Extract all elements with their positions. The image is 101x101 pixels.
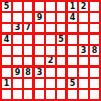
cell-r7c9-empty[interactable] xyxy=(90,68,99,77)
cell-r8c3-empty[interactable] xyxy=(24,79,33,88)
cell-r4c9-empty[interactable] xyxy=(90,35,99,44)
cell-r3c1-empty[interactable] xyxy=(2,24,11,33)
cell-r3c2-given-3[interactable]: 3 xyxy=(13,24,22,33)
cell-r7c2-given-9[interactable]: 9 xyxy=(13,68,22,77)
cell-r2c1-empty[interactable] xyxy=(2,13,11,22)
cell-r2c2-empty[interactable] xyxy=(13,13,22,22)
cell-r9c4-empty[interactable] xyxy=(35,90,44,99)
cell-r9c6-empty[interactable] xyxy=(57,90,66,99)
cell-r9c5-empty[interactable] xyxy=(46,90,55,99)
cell-r2c9-empty[interactable] xyxy=(90,13,99,22)
sudoku-board: 51294374538298315 xyxy=(0,0,101,101)
cell-r5c6-empty[interactable] xyxy=(57,46,66,55)
cell-r8c2-empty[interactable] xyxy=(13,79,22,88)
cell-r9c9-empty[interactable] xyxy=(90,90,99,99)
cell-r3c5-empty[interactable] xyxy=(46,24,55,33)
cell-r5c5-empty[interactable] xyxy=(46,46,55,55)
cell-r4c3-empty[interactable] xyxy=(24,35,33,44)
cell-r2c7-given-4[interactable]: 4 xyxy=(68,13,77,22)
cell-r7c8-empty[interactable] xyxy=(79,68,88,77)
cell-r7c6-empty[interactable] xyxy=(57,68,66,77)
cell-r1c5-empty[interactable] xyxy=(46,2,55,11)
cell-r6c2-empty[interactable] xyxy=(13,57,22,66)
cell-r1c3-empty[interactable] xyxy=(24,2,33,11)
cell-r6c5-given-2[interactable]: 2 xyxy=(46,57,55,66)
cell-r1c8-given-2[interactable]: 2 xyxy=(79,2,88,11)
cell-r8c4-empty[interactable] xyxy=(35,79,44,88)
cell-r1c7-given-1[interactable]: 1 xyxy=(68,2,77,11)
cell-r3c8-empty[interactable] xyxy=(79,24,88,33)
cell-r3c4-empty[interactable] xyxy=(35,24,44,33)
cell-r9c1-empty[interactable] xyxy=(2,90,11,99)
cell-r1c1-given-5[interactable]: 5 xyxy=(2,2,11,11)
cell-r8c8-empty[interactable] xyxy=(79,79,88,88)
cell-r3c9-empty[interactable] xyxy=(90,24,99,33)
cell-r4c2-empty[interactable] xyxy=(13,35,22,44)
cell-r7c7-empty[interactable] xyxy=(68,68,77,77)
cell-r8c6-empty[interactable] xyxy=(57,79,66,88)
cell-r9c2-empty[interactable] xyxy=(13,90,22,99)
cell-r2c4-given-9[interactable]: 9 xyxy=(35,13,44,22)
cell-r7c5-empty[interactable] xyxy=(46,68,55,77)
cell-r1c4-empty[interactable] xyxy=(35,2,44,11)
cell-r5c3-empty[interactable] xyxy=(24,46,33,55)
cell-r5c4-empty[interactable] xyxy=(35,46,44,55)
cell-r4c8-empty[interactable] xyxy=(79,35,88,44)
cell-r4c7-empty[interactable] xyxy=(68,35,77,44)
cell-r5c1-empty[interactable] xyxy=(2,46,11,55)
cell-r3c3-given-7[interactable]: 7 xyxy=(24,24,33,33)
cell-r6c3-empty[interactable] xyxy=(24,57,33,66)
cell-r3c7-empty[interactable] xyxy=(68,24,77,33)
cell-r9c7-empty[interactable] xyxy=(68,90,77,99)
cell-r8c5-empty[interactable] xyxy=(46,79,55,88)
cell-r2c5-empty[interactable] xyxy=(46,13,55,22)
cell-r6c8-empty[interactable] xyxy=(79,57,88,66)
cell-r5c9-given-8[interactable]: 8 xyxy=(90,46,99,55)
cell-r5c8-given-3[interactable]: 3 xyxy=(79,46,88,55)
cell-r7c1-empty[interactable] xyxy=(2,68,11,77)
cell-r6c1-empty[interactable] xyxy=(2,57,11,66)
cell-r8c7-given-5[interactable]: 5 xyxy=(68,79,77,88)
cell-r2c8-empty[interactable] xyxy=(79,13,88,22)
cell-r2c6-empty[interactable] xyxy=(57,13,66,22)
cell-r6c7-empty[interactable] xyxy=(68,57,77,66)
cell-r7c3-given-8[interactable]: 8 xyxy=(24,68,33,77)
cell-r6c9-empty[interactable] xyxy=(90,57,99,66)
cell-r8c1-given-1[interactable]: 1 xyxy=(2,79,11,88)
cell-r1c6-empty[interactable] xyxy=(57,2,66,11)
cell-r7c4-given-3[interactable]: 3 xyxy=(35,68,44,77)
cell-r5c2-empty[interactable] xyxy=(13,46,22,55)
cell-r4c6-given-5[interactable]: 5 xyxy=(57,35,66,44)
cell-r3c6-empty[interactable] xyxy=(57,24,66,33)
cell-r1c9-empty[interactable] xyxy=(90,2,99,11)
cell-r1c2-empty[interactable] xyxy=(13,2,22,11)
cell-r6c4-empty[interactable] xyxy=(35,57,44,66)
cell-r4c5-empty[interactable] xyxy=(46,35,55,44)
cell-r8c9-empty[interactable] xyxy=(90,79,99,88)
cell-r6c6-empty[interactable] xyxy=(57,57,66,66)
cell-r4c1-given-4[interactable]: 4 xyxy=(2,35,11,44)
cell-r9c3-empty[interactable] xyxy=(24,90,33,99)
cell-r5c7-empty[interactable] xyxy=(68,46,77,55)
cell-r4c4-empty[interactable] xyxy=(35,35,44,44)
cell-r9c8-empty[interactable] xyxy=(79,90,88,99)
cell-r2c3-empty[interactable] xyxy=(24,13,33,22)
